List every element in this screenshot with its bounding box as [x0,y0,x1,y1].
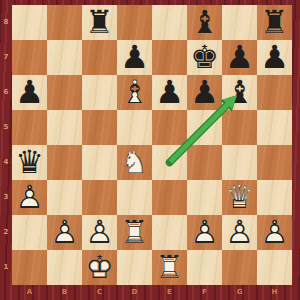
rank-label-8: 8 [0,5,12,40]
square-d4[interactable]: ♞♘ [117,145,152,180]
piece-white-pawn[interactable]: ♙ [82,215,117,250]
square-f8[interactable]: ♝ [187,5,222,40]
piece-black-pawn[interactable]: ♟ [222,40,257,75]
piece-black-pawn[interactable]: ♟ [152,75,187,110]
square-c2[interactable]: ♟♙ [82,215,117,250]
square-c1[interactable]: ♚♔ [82,250,117,285]
file-label-F: F [187,285,222,300]
square-e3[interactable] [152,180,187,215]
file-label-C: C [82,285,117,300]
piece-white-queen[interactable]: ♕ [222,180,257,215]
piece-black-king[interactable]: ♚ [187,40,222,75]
piece-white-pawn[interactable]: ♟ [12,180,47,215]
piece-white-bishop[interactable]: ♝ [117,75,152,110]
piece-white-rook[interactable]: ♖ [152,250,187,285]
square-e7[interactable] [152,40,187,75]
piece-white-pawn[interactable]: ♙ [222,215,257,250]
square-a8[interactable] [12,5,47,40]
square-d3[interactable] [117,180,152,215]
square-h7[interactable]: ♟ [257,40,292,75]
square-d5[interactable] [117,110,152,145]
chess-board-frame: ♜♝♜♟♚♟♟♟♝♗♟♟♝♛♞♘♟♙♛♕♟♙♟♙♜♖♟♙♟♙♟♙♚♔♜♖ 876… [0,0,300,300]
square-d8[interactable] [117,5,152,40]
square-h8[interactable]: ♜ [257,5,292,40]
piece-white-pawn[interactable]: ♙ [47,215,82,250]
piece-white-pawn[interactable]: ♟ [257,215,292,250]
square-e6[interactable]: ♟ [152,75,187,110]
rank-label-3: 3 [0,180,12,215]
square-g8[interactable] [222,5,257,40]
piece-white-rook[interactable]: ♜ [117,215,152,250]
rank-label-7: 7 [0,40,12,75]
square-c6[interactable] [82,75,117,110]
square-e8[interactable] [152,5,187,40]
square-c3[interactable] [82,180,117,215]
piece-black-pawn[interactable]: ♟ [12,75,47,110]
file-label-A: A [12,285,47,300]
piece-black-pawn[interactable]: ♟ [257,40,292,75]
square-e5[interactable] [152,110,187,145]
square-c5[interactable] [82,110,117,145]
square-f4[interactable] [187,145,222,180]
piece-black-bishop[interactable]: ♝ [222,75,257,110]
square-c4[interactable] [82,145,117,180]
piece-white-pawn[interactable]: ♟ [222,215,257,250]
square-h1[interactable] [257,250,292,285]
square-h6[interactable] [257,75,292,110]
square-d2[interactable]: ♜♖ [117,215,152,250]
square-a4[interactable]: ♛ [12,145,47,180]
square-a2[interactable] [12,215,47,250]
piece-white-pawn[interactable]: ♙ [187,215,222,250]
square-h2[interactable]: ♟♙ [257,215,292,250]
piece-black-rook[interactable]: ♜ [82,5,117,40]
piece-white-knight[interactable]: ♞ [117,145,152,180]
rank-label-2: 2 [0,215,12,250]
square-f7[interactable]: ♚ [187,40,222,75]
piece-white-queen[interactable]: ♛ [222,180,257,215]
square-g6[interactable]: ♝ [222,75,257,110]
square-d1[interactable] [117,250,152,285]
square-b1[interactable] [47,250,82,285]
file-label-D: D [117,285,152,300]
piece-black-pawn[interactable]: ♟ [117,40,152,75]
piece-white-king[interactable]: ♚ [82,250,117,285]
square-a3[interactable]: ♟♙ [12,180,47,215]
file-label-H: H [257,285,292,300]
square-g3[interactable]: ♛♕ [222,180,257,215]
piece-white-pawn[interactable]: ♙ [257,215,292,250]
file-label-G: G [222,285,257,300]
square-h3[interactable] [257,180,292,215]
square-b7[interactable] [47,40,82,75]
square-b4[interactable] [47,145,82,180]
square-b5[interactable] [47,110,82,145]
square-f1[interactable] [187,250,222,285]
square-d7[interactable]: ♟ [117,40,152,75]
square-f6[interactable]: ♟ [187,75,222,110]
square-g1[interactable] [222,250,257,285]
square-h5[interactable] [257,110,292,145]
square-b6[interactable] [47,75,82,110]
piece-white-knight[interactable]: ♘ [117,145,152,180]
rank-label-6: 6 [0,75,12,110]
rank-label-4: 4 [0,145,12,180]
file-label-B: B [47,285,82,300]
square-b3[interactable] [47,180,82,215]
square-f3[interactable] [187,180,222,215]
square-c7[interactable] [82,40,117,75]
piece-white-pawn[interactable]: ♙ [12,180,47,215]
piece-white-king[interactable]: ♔ [82,250,117,285]
piece-black-bishop[interactable]: ♝ [187,5,222,40]
piece-white-rook[interactable]: ♖ [117,215,152,250]
square-e1[interactable]: ♜♖ [152,250,187,285]
file-label-E: E [152,285,187,300]
piece-black-rook[interactable]: ♜ [257,5,292,40]
square-a5[interactable] [12,110,47,145]
square-a1[interactable] [12,250,47,285]
piece-white-pawn[interactable]: ♟ [82,215,117,250]
piece-white-bishop[interactable]: ♗ [117,75,152,110]
square-g4[interactable] [222,145,257,180]
rank-label-5: 5 [0,110,12,145]
square-a7[interactable] [12,40,47,75]
square-a6[interactable]: ♟ [12,75,47,110]
chess-board: ♜♝♜♟♚♟♟♟♝♗♟♟♝♛♞♘♟♙♛♕♟♙♟♙♜♖♟♙♟♙♟♙♚♔♜♖ [12,5,292,285]
square-e4[interactable] [152,145,187,180]
piece-black-queen[interactable]: ♛ [12,145,47,180]
piece-white-rook[interactable]: ♜ [152,250,187,285]
piece-white-pawn[interactable]: ♟ [187,215,222,250]
square-g5[interactable] [222,110,257,145]
piece-white-pawn[interactable]: ♟ [47,215,82,250]
square-d6[interactable]: ♝♗ [117,75,152,110]
piece-black-pawn[interactable]: ♟ [187,75,222,110]
square-b8[interactable] [47,5,82,40]
square-b2[interactable]: ♟♙ [47,215,82,250]
square-g2[interactable]: ♟♙ [222,215,257,250]
square-c8[interactable]: ♜ [82,5,117,40]
square-g7[interactable]: ♟ [222,40,257,75]
square-h4[interactable] [257,145,292,180]
rank-label-1: 1 [0,250,12,285]
square-f5[interactable] [187,110,222,145]
square-e2[interactable] [152,215,187,250]
square-f2[interactable]: ♟♙ [187,215,222,250]
